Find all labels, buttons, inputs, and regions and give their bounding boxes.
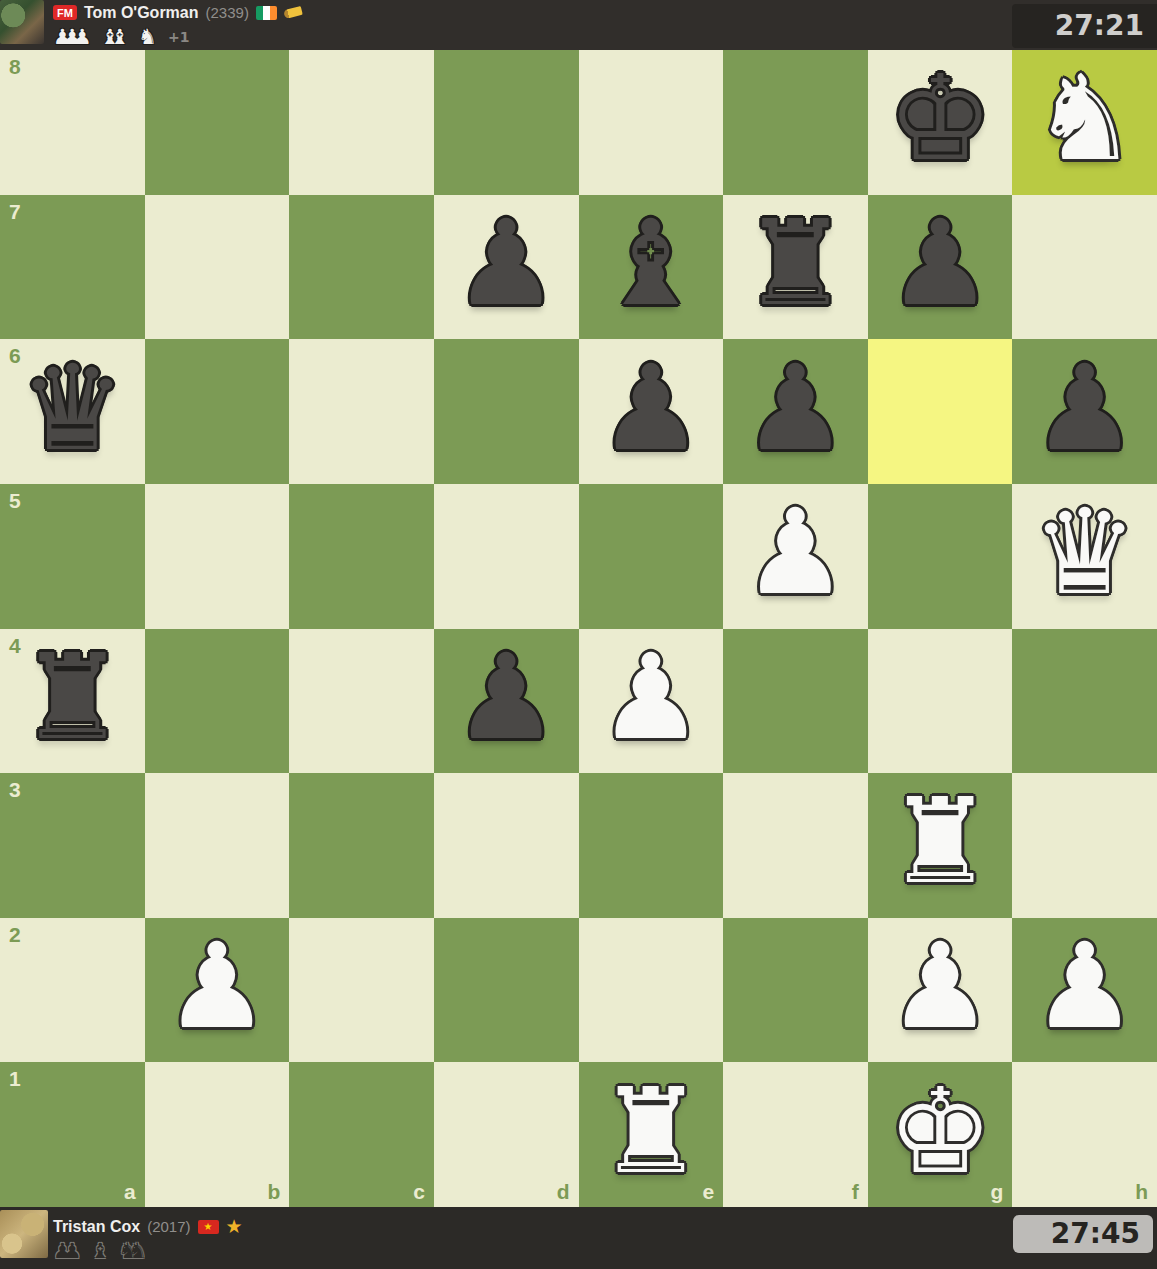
square-d3[interactable] [434,773,579,918]
square-g7[interactable]: ♟ [868,195,1013,340]
black-pawn-g7[interactable]: ♟ [868,195,1013,340]
square-e1[interactable]: e♜ [579,1062,724,1207]
star-badge-icon: ★ [226,1217,243,1236]
square-b4[interactable] [145,629,290,774]
white-pawn-f5[interactable]: ♟ [723,484,868,629]
square-a3[interactable]: 3 [0,773,145,918]
square-c7[interactable] [289,195,434,340]
white-pawn-h2[interactable]: ♟ [1012,918,1157,1063]
rank-label-5: 5 [9,489,21,513]
square-h5[interactable]: ♛ [1012,484,1157,629]
square-f4[interactable] [723,629,868,774]
white-rook-e1[interactable]: ♜ [579,1062,724,1207]
black-pawn-d7[interactable]: ♟ [434,195,579,340]
bottom-player-bar: Tristan Cox (2017) ★ ★ ♟♟ ♝ ♞♞ 27:45 [0,1207,1157,1269]
square-a7[interactable]: 7 [0,195,145,340]
black-rook-a4[interactable]: ♜ [0,629,145,774]
square-g5[interactable] [868,484,1013,629]
file-label-b: b [267,1180,280,1204]
white-knight-h8[interactable]: ♞ [1012,50,1157,195]
top-player-avatar[interactable] [0,0,44,44]
white-pawn-b2[interactable]: ♟ [145,918,290,1063]
square-b3[interactable] [145,773,290,918]
bottom-player-captured-pieces: ♟♟ ♝ ♞♞ [53,1240,243,1261]
black-pawn-e6[interactable]: ♟ [579,339,724,484]
square-g4[interactable] [868,629,1013,774]
square-f8[interactable] [723,50,868,195]
rank-label-3: 3 [9,778,21,802]
black-rook-f7[interactable]: ♜ [723,195,868,340]
square-c3[interactable] [289,773,434,918]
bottom-player-avatar[interactable] [0,1210,48,1258]
white-king-g1[interactable]: ♚ [868,1062,1013,1207]
captured-black-pawns: ♟♟ [53,1241,82,1261]
black-pawn-d4[interactable]: ♟ [434,629,579,774]
bullet-icon [283,6,303,19]
square-h8[interactable]: ♞ [1012,50,1157,195]
top-player-info: FM Tom O'Gorman (2339) ♟♟♟ ♝♝ ♞ +1 [53,2,302,47]
square-a6[interactable]: 6♛ [0,339,145,484]
square-h3[interactable] [1012,773,1157,918]
square-e6[interactable]: ♟ [579,339,724,484]
square-g6[interactable] [868,339,1013,484]
bottom-player-clock: 27:45 [1013,1215,1153,1253]
square-b6[interactable] [145,339,290,484]
square-g3[interactable]: ♜ [868,773,1013,918]
square-d6[interactable] [434,339,579,484]
square-g8[interactable]: ♚ [868,50,1013,195]
bottom-player-info: Tristan Cox (2017) ★ ★ ♟♟ ♝ ♞♞ [53,1216,243,1261]
white-rook-g3[interactable]: ♜ [868,773,1013,918]
square-f6[interactable]: ♟ [723,339,868,484]
square-c8[interactable] [289,50,434,195]
white-pawn-e4[interactable]: ♟ [579,629,724,774]
top-player-rating: (2339) [206,4,249,21]
chess-board: 8♚♞7♟♝♜♟6♛♟♟♟5♟♛4♜♟♟3♜2♟♟♟1abcde♜fg♚h [0,50,1157,1207]
square-d2[interactable] [434,918,579,1063]
vietnam-flag-icon: ★ [198,1220,219,1234]
square-e7[interactable]: ♝ [579,195,724,340]
square-a8[interactable]: 8 [0,50,145,195]
square-g1[interactable]: g♚ [868,1062,1013,1207]
square-b2[interactable]: ♟ [145,918,290,1063]
square-b1[interactable]: b [145,1062,290,1207]
captured-white-knight: ♞ [138,27,157,47]
square-b5[interactable] [145,484,290,629]
captured-white-bishops: ♝♝ [100,27,129,47]
square-d5[interactable] [434,484,579,629]
top-player-captured-pieces: ♟♟♟ ♝♝ ♞ +1 [53,26,302,47]
square-c4[interactable] [289,629,434,774]
square-f2[interactable] [723,918,868,1063]
square-a1[interactable]: 1a [0,1062,145,1207]
top-player-clock: 27:21 [1012,4,1157,48]
square-c5[interactable] [289,484,434,629]
white-queen-h5[interactable]: ♛ [1012,484,1157,629]
top-player-bar: FM Tom O'Gorman (2339) ♟♟♟ ♝♝ ♞ +1 27:21 [0,0,1157,50]
file-label-f: f [852,1180,859,1204]
square-c2[interactable] [289,918,434,1063]
square-d4[interactable]: ♟ [434,629,579,774]
captured-black-knights: ♞♞ [118,1241,147,1261]
square-a5[interactable]: 5 [0,484,145,629]
square-e8[interactable] [579,50,724,195]
black-pawn-h6[interactable]: ♟ [1012,339,1157,484]
rank-label-8: 8 [9,55,21,79]
square-a4[interactable]: 4♜ [0,629,145,774]
square-f7[interactable]: ♜ [723,195,868,340]
square-h4[interactable] [1012,629,1157,774]
top-player-name[interactable]: Tom O'Gorman [84,4,199,22]
bottom-player-name[interactable]: Tristan Cox [53,1218,140,1236]
bottom-player-rating: (2017) [147,1218,190,1235]
square-e4[interactable]: ♟ [579,629,724,774]
white-pawn-g2[interactable]: ♟ [868,918,1013,1063]
black-pawn-f6[interactable]: ♟ [723,339,868,484]
square-e5[interactable] [579,484,724,629]
black-king-g8[interactable]: ♚ [868,50,1013,195]
square-c1[interactable]: c [289,1062,434,1207]
square-h2[interactable]: ♟ [1012,918,1157,1063]
captured-black-bishop: ♝ [91,1241,110,1261]
ireland-flag-icon [256,6,277,20]
black-queen-a6[interactable]: ♛ [0,339,145,484]
square-g2[interactable]: ♟ [868,918,1013,1063]
square-f3[interactable] [723,773,868,918]
rank-label-2: 2 [9,923,21,947]
material-advantage: +1 [168,29,189,45]
square-e3[interactable] [579,773,724,918]
file-label-h: h [1135,1180,1148,1204]
rank-label-1: 1 [9,1067,21,1091]
square-d1[interactable]: d [434,1062,579,1207]
file-label-d: d [557,1180,570,1204]
file-label-a: a [124,1180,136,1204]
rank-label-7: 7 [9,200,21,224]
square-f1[interactable]: f [723,1062,868,1207]
square-d8[interactable] [434,50,579,195]
file-label-c: c [413,1180,425,1204]
square-c6[interactable] [289,339,434,484]
square-h7[interactable] [1012,195,1157,340]
square-b7[interactable] [145,195,290,340]
square-h6[interactable]: ♟ [1012,339,1157,484]
square-b8[interactable] [145,50,290,195]
captured-white-pawns: ♟♟♟ [53,27,91,47]
square-f5[interactable]: ♟ [723,484,868,629]
square-e2[interactable] [579,918,724,1063]
fm-title-badge: FM [53,5,77,20]
black-bishop-e7[interactable]: ♝ [579,195,724,340]
square-d7[interactable]: ♟ [434,195,579,340]
square-a2[interactable]: 2 [0,918,145,1063]
square-h1[interactable]: h [1012,1062,1157,1207]
